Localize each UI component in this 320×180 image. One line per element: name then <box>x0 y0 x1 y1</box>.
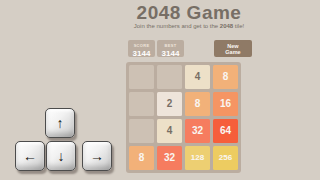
new-game-button[interactable]: New Game <box>214 40 252 57</box>
subtitle-suffix: tile! <box>233 23 244 29</box>
tile-256: 256 <box>213 146 238 170</box>
arrow-up-icon: ↑ <box>57 115 64 131</box>
score-label: SCORE <box>128 43 155 48</box>
empty-cell <box>157 65 182 89</box>
arrow-left-key[interactable]: ← <box>15 141 45 171</box>
tile-32: 32 <box>185 119 210 143</box>
tile-8: 8 <box>129 146 154 170</box>
best-box: BEST 3144 <box>157 40 184 57</box>
game-container: 2048 Game Join the numbers and get to th… <box>126 0 252 180</box>
arrow-right-icon: → <box>90 148 104 164</box>
score-value: 3144 <box>128 49 155 58</box>
tile-64: 64 <box>213 119 238 143</box>
tile-128: 128 <box>185 146 210 170</box>
tile-4: 4 <box>185 65 210 89</box>
arrow-right-key[interactable]: → <box>82 141 112 171</box>
empty-cell <box>129 65 154 89</box>
board-grid: 48281643264832128256 <box>126 62 241 173</box>
tile-2: 2 <box>157 92 182 116</box>
arrow-left-icon: ← <box>23 148 37 164</box>
arrow-up-key[interactable]: ↑ <box>45 108 75 138</box>
score-box: SCORE 3144 <box>128 40 155 57</box>
tile-4: 4 <box>157 119 182 143</box>
empty-cell <box>129 92 154 116</box>
tile-16: 16 <box>213 92 238 116</box>
tile-8: 8 <box>213 65 238 89</box>
arrow-down-icon: ↓ <box>58 148 65 164</box>
subtitle: Join the numbers and get to the 2048 til… <box>106 23 272 29</box>
subtitle-text: Join the numbers and get to the <box>134 23 220 29</box>
page-title: 2048 Game <box>106 2 272 24</box>
arrow-down-key[interactable]: ↓ <box>46 141 76 171</box>
best-value: 3144 <box>157 49 184 58</box>
tile-8: 8 <box>185 92 210 116</box>
empty-cell <box>129 119 154 143</box>
tile-32: 32 <box>157 146 182 170</box>
subtitle-goal: 2048 <box>220 23 233 29</box>
best-label: BEST <box>157 43 184 48</box>
